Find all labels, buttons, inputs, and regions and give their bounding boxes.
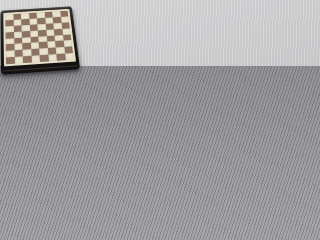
square-h1 (65, 53, 74, 60)
square-a1 (6, 57, 15, 64)
table-surface (0, 0, 84, 84)
chessboard (1, 6, 81, 74)
square-b1 (14, 56, 23, 63)
square-c1 (23, 56, 32, 63)
board-frame (1, 6, 81, 74)
board-face (3, 9, 76, 67)
board-grid (5, 11, 74, 65)
